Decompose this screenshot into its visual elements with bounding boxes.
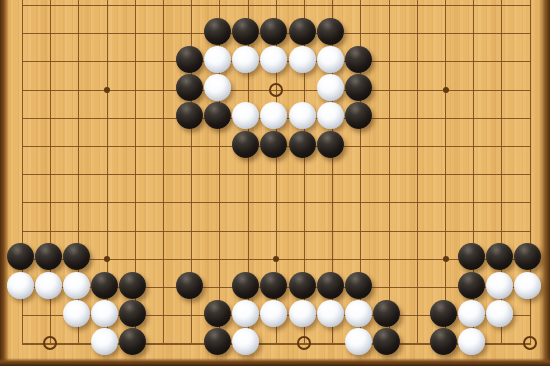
white-stone[interactable] — [289, 46, 316, 73]
black-stone[interactable] — [35, 243, 62, 270]
star-point — [273, 256, 279, 262]
grid-line-h — [22, 202, 531, 203]
black-stone[interactable] — [204, 18, 231, 45]
black-stone[interactable] — [176, 272, 203, 299]
white-stone[interactable] — [260, 46, 287, 73]
white-stone[interactable] — [317, 46, 344, 73]
white-stone[interactable] — [232, 102, 259, 129]
black-stone[interactable] — [289, 131, 316, 158]
black-stone[interactable] — [119, 328, 146, 355]
white-stone[interactable] — [289, 300, 316, 327]
black-stone[interactable] — [176, 46, 203, 73]
screenshot-stage — [0, 0, 550, 366]
black-stone[interactable] — [430, 300, 457, 327]
white-stone[interactable] — [289, 102, 316, 129]
white-stone[interactable] — [486, 272, 513, 299]
circle-marker — [523, 336, 537, 350]
black-stone[interactable] — [204, 328, 231, 355]
black-stone[interactable] — [176, 102, 203, 129]
black-stone[interactable] — [458, 243, 485, 270]
black-stone[interactable] — [204, 300, 231, 327]
white-stone[interactable] — [63, 272, 90, 299]
black-stone[interactable] — [63, 243, 90, 270]
black-stone[interactable] — [317, 131, 344, 158]
white-stone[interactable] — [204, 74, 231, 101]
black-stone[interactable] — [345, 46, 372, 73]
grid-line-h — [22, 174, 531, 175]
star-point — [443, 87, 449, 93]
white-stone[interactable] — [91, 328, 118, 355]
black-stone[interactable] — [176, 74, 203, 101]
circle-marker — [297, 336, 311, 350]
grid-line-v — [417, 0, 418, 343]
black-stone[interactable] — [289, 272, 316, 299]
black-stone[interactable] — [373, 328, 400, 355]
black-stone[interactable] — [232, 131, 259, 158]
board-right-edge — [539, 0, 550, 366]
black-stone[interactable] — [260, 18, 287, 45]
star-point — [443, 256, 449, 262]
black-stone[interactable] — [486, 243, 513, 270]
grid-line-v — [163, 0, 164, 343]
star-point — [104, 256, 110, 262]
black-stone[interactable] — [345, 74, 372, 101]
white-stone[interactable] — [486, 300, 513, 327]
grid-line-v — [445, 0, 446, 343]
white-stone[interactable] — [317, 300, 344, 327]
white-stone[interactable] — [232, 300, 259, 327]
white-stone[interactable] — [260, 300, 287, 327]
white-stone[interactable] — [514, 272, 541, 299]
black-stone[interactable] — [91, 272, 118, 299]
white-stone[interactable] — [458, 300, 485, 327]
board-bottom-edge — [0, 358, 550, 366]
black-stone[interactable] — [430, 328, 457, 355]
black-stone[interactable] — [232, 18, 259, 45]
board-left-edge — [0, 0, 9, 366]
black-stone[interactable] — [317, 272, 344, 299]
white-stone[interactable] — [63, 300, 90, 327]
white-stone[interactable] — [232, 46, 259, 73]
circle-marker — [269, 83, 283, 97]
black-stone[interactable] — [514, 243, 541, 270]
black-stone[interactable] — [232, 272, 259, 299]
black-stone[interactable] — [260, 131, 287, 158]
go-board[interactable] — [0, 0, 550, 366]
black-stone[interactable] — [119, 272, 146, 299]
white-stone[interactable] — [35, 272, 62, 299]
white-stone[interactable] — [317, 74, 344, 101]
white-stone[interactable] — [345, 300, 372, 327]
white-stone[interactable] — [232, 328, 259, 355]
white-stone[interactable] — [91, 300, 118, 327]
black-stone[interactable] — [7, 243, 34, 270]
black-stone[interactable] — [345, 102, 372, 129]
black-stone[interactable] — [317, 18, 344, 45]
grid-line-h — [22, 231, 531, 232]
black-stone[interactable] — [373, 300, 400, 327]
white-stone[interactable] — [260, 102, 287, 129]
white-stone[interactable] — [345, 328, 372, 355]
grid-line-v — [389, 0, 390, 343]
black-stone[interactable] — [260, 272, 287, 299]
black-stone[interactable] — [458, 272, 485, 299]
black-stone[interactable] — [119, 300, 146, 327]
white-stone[interactable] — [204, 46, 231, 73]
white-stone[interactable] — [317, 102, 344, 129]
black-stone[interactable] — [204, 102, 231, 129]
black-stone[interactable] — [345, 272, 372, 299]
white-stone[interactable] — [458, 328, 485, 355]
circle-marker — [43, 336, 57, 350]
white-stone[interactable] — [7, 272, 34, 299]
black-stone[interactable] — [289, 18, 316, 45]
grid-line-h — [22, 5, 531, 6]
star-point — [104, 87, 110, 93]
